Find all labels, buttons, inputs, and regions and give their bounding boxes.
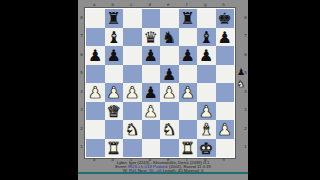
- square-g1: ♚: [197, 139, 216, 158]
- white-pawn-d3: ♟: [144, 102, 158, 121]
- file-labels-top: abcdefgh: [85, 2, 233, 7]
- square-d5: [142, 65, 161, 84]
- white-pawn-h2: ♟: [218, 120, 232, 139]
- square-g3: ♟: [197, 102, 216, 121]
- square-g2: ♝: [197, 120, 216, 139]
- black-pawn-b6: ♟: [107, 46, 121, 65]
- rank-label-6: 6: [243, 52, 248, 57]
- square-g6: ♟: [197, 46, 216, 65]
- video-frame-panel: abcdefgh 87654321 ♜♜♚♝♛♞♝♟♟♟♟♟♟♟♟♟♟♟♟♟♛♟…: [78, 0, 248, 180]
- rank-label-2: 2: [79, 126, 84, 131]
- rank-label-6: 6: [79, 52, 84, 57]
- square-d2: [142, 120, 161, 139]
- rank-labels-left: 87654321: [79, 8, 84, 156]
- square-c3: [123, 102, 142, 121]
- black-pawn-a6: ♟: [88, 46, 102, 65]
- square-d4: ♟: [142, 83, 161, 102]
- black-bishop-g7: ♝: [199, 28, 213, 47]
- square-e3: [160, 102, 179, 121]
- square-a3: [86, 102, 105, 121]
- file-label-a: a: [85, 2, 104, 7]
- square-c4: ♟: [123, 83, 142, 102]
- caption-divider-rule: [78, 172, 248, 174]
- square-a6: ♟: [86, 46, 105, 65]
- white-rook-b1: ♜: [107, 139, 121, 158]
- white-bishop-g2: ♝: [199, 120, 213, 139]
- square-h4: [216, 83, 235, 102]
- square-h8: ♚: [216, 9, 235, 28]
- square-g8: [197, 9, 216, 28]
- black-pawn-e5: ♟: [162, 65, 176, 84]
- square-f3: [179, 102, 198, 121]
- square-h1: [216, 139, 235, 158]
- black-pawn-h7: ♟: [218, 28, 232, 47]
- square-c6: [123, 46, 142, 65]
- square-e5: ♟: [160, 65, 179, 84]
- square-f8: ♜: [179, 9, 198, 28]
- white-king-g1: ♚: [199, 139, 213, 158]
- square-e6: [160, 46, 179, 65]
- captured-white-knight-icon: ♞: [235, 78, 247, 90]
- square-g4: [197, 83, 216, 102]
- square-e4: ♟: [160, 83, 179, 102]
- white-knight-e2: ♞: [162, 120, 176, 139]
- square-d6: ♟: [142, 46, 161, 65]
- square-h3: [216, 102, 235, 121]
- square-g5: [197, 65, 216, 84]
- rank-label-7: 7: [243, 33, 248, 38]
- square-c7: [123, 28, 142, 47]
- black-queen-d7: ♛: [144, 28, 158, 47]
- file-label-b: b: [104, 2, 123, 7]
- white-pawn-a4: ♟: [88, 83, 102, 102]
- black-bishop-b7: ♝: [107, 28, 121, 47]
- square-c2: ♞: [123, 120, 142, 139]
- square-g7: ♝: [197, 28, 216, 47]
- rank-label-1: 1: [243, 144, 248, 149]
- square-f5: [179, 65, 198, 84]
- black-rook-f8: ♜: [181, 9, 195, 28]
- square-b8: ♜: [105, 9, 124, 28]
- square-d1: [142, 139, 161, 158]
- file-label-g: g: [196, 2, 215, 7]
- square-e7: ♞: [160, 28, 179, 47]
- rank-label-7: 7: [79, 33, 84, 38]
- square-c1: [123, 139, 142, 158]
- black-pawn-g6: ♟: [199, 46, 213, 65]
- file-label-d: d: [141, 2, 160, 7]
- square-b6: ♟: [105, 46, 124, 65]
- rank-label-8: 8: [79, 15, 84, 20]
- square-b4: ♟: [105, 83, 124, 102]
- rank-label-3: 3: [243, 107, 248, 112]
- white-queen-b3: ♛: [107, 102, 121, 121]
- square-f6: ♟: [179, 46, 198, 65]
- square-d8: [142, 9, 161, 28]
- square-d7: ♛: [142, 28, 161, 47]
- white-pawn-g3: ♟: [199, 102, 213, 121]
- square-e1: [160, 139, 179, 158]
- square-f4: ♟: [179, 83, 198, 102]
- white-pawn-c4: ♟: [125, 83, 139, 102]
- square-h7: ♟: [216, 28, 235, 47]
- black-king-h8: ♚: [218, 9, 232, 28]
- rank-label-4: 4: [79, 89, 84, 94]
- square-f1: ♜: [179, 139, 198, 158]
- square-c8: [123, 9, 142, 28]
- square-h5: [216, 65, 235, 84]
- square-b5: [105, 65, 124, 84]
- white-pawn-e4: ♟: [162, 83, 176, 102]
- square-a4: ♟: [86, 83, 105, 102]
- white-knight-c2: ♞: [125, 120, 139, 139]
- white-pawn-f4: ♟: [181, 83, 195, 102]
- chess-board: ♜♜♚♝♛♞♝♟♟♟♟♟♟♟♟♟♟♟♟♟♛♟♟♞♞♝♟♜♜♚: [85, 8, 235, 158]
- black-knight-e7: ♞: [162, 28, 176, 47]
- file-label-e: e: [159, 2, 178, 7]
- square-f2: [179, 120, 198, 139]
- rank-label-2: 2: [243, 126, 248, 131]
- white-rook-f1: ♜: [181, 139, 195, 158]
- file-label-f: f: [178, 2, 197, 7]
- square-d3: ♟: [142, 102, 161, 121]
- square-a7: [86, 28, 105, 47]
- white-pawn-b4: ♟: [107, 83, 121, 102]
- square-b1: ♜: [105, 139, 124, 158]
- square-c5: [123, 65, 142, 84]
- captured-black-pawn-icon: ♟: [235, 66, 247, 78]
- captured-pieces-tray: ♟ ♞: [235, 66, 247, 96]
- square-a1: [86, 139, 105, 158]
- black-pawn-d4: ♟: [144, 83, 158, 102]
- square-e2: ♞: [160, 120, 179, 139]
- rank-label-1: 1: [79, 144, 84, 149]
- square-h2: ♟: [216, 120, 235, 139]
- black-pawn-f6: ♟: [181, 46, 195, 65]
- file-label-h: h: [215, 2, 234, 7]
- square-f7: [179, 28, 198, 47]
- square-a8: [86, 9, 105, 28]
- square-a2: [86, 120, 105, 139]
- black-rook-b8: ♜: [107, 9, 121, 28]
- square-b7: ♝: [105, 28, 124, 47]
- black-pawn-d6: ♟: [144, 46, 158, 65]
- rank-label-5: 5: [79, 70, 84, 75]
- square-e8: [160, 9, 179, 28]
- rank-label-8: 8: [243, 15, 248, 20]
- square-b3: ♛: [105, 102, 124, 121]
- square-b2: [105, 120, 124, 139]
- rank-label-3: 3: [79, 107, 84, 112]
- square-h6: [216, 46, 235, 65]
- file-label-c: c: [122, 2, 141, 7]
- square-a5: [86, 65, 105, 84]
